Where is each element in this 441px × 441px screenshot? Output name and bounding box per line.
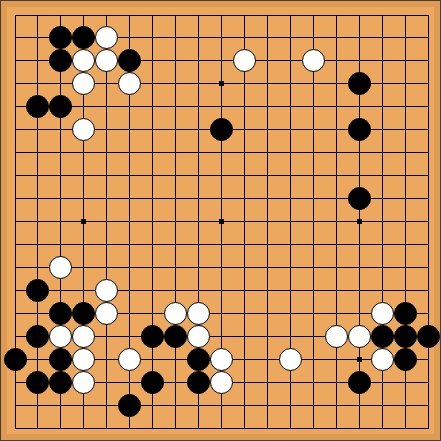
white-stone — [279, 348, 302, 371]
white-stone — [187, 325, 210, 348]
black-stone — [49, 49, 72, 72]
grid-line-vertical — [313, 15, 314, 429]
black-stone — [394, 325, 417, 348]
white-stone — [210, 371, 233, 394]
white-stone — [95, 26, 118, 49]
grid-line-horizontal — [15, 267, 429, 268]
white-stone — [371, 302, 394, 325]
star-point — [219, 219, 224, 224]
black-stone — [49, 302, 72, 325]
black-stone — [187, 371, 210, 394]
star-point — [357, 219, 362, 224]
black-stone — [141, 325, 164, 348]
black-stone — [348, 118, 371, 141]
grid-line-horizontal — [15, 428, 429, 429]
star-point — [219, 81, 224, 86]
grid-line-vertical — [336, 15, 337, 429]
grid-line-horizontal — [15, 290, 429, 291]
black-stone — [118, 49, 141, 72]
white-stone — [72, 371, 95, 394]
white-stone — [95, 279, 118, 302]
black-stone — [164, 325, 187, 348]
white-stone — [72, 72, 95, 95]
white-stone — [371, 348, 394, 371]
white-stone — [233, 49, 256, 72]
star-point — [81, 219, 86, 224]
black-stone — [348, 187, 371, 210]
go-board[interactable] — [0, 0, 441, 441]
white-stone — [118, 348, 141, 371]
white-stone — [187, 302, 210, 325]
grid-line-vertical — [428, 15, 429, 429]
black-stone — [4, 348, 27, 371]
grid-line-horizontal — [15, 244, 429, 245]
white-stone — [210, 348, 233, 371]
star-point — [357, 357, 362, 362]
white-stone — [49, 325, 72, 348]
black-stone — [118, 394, 141, 417]
black-stone — [394, 302, 417, 325]
black-stone — [72, 26, 95, 49]
black-stone — [49, 26, 72, 49]
black-stone — [210, 118, 233, 141]
grid-line-vertical — [267, 15, 268, 429]
black-stone — [49, 348, 72, 371]
black-stone — [348, 72, 371, 95]
black-stone — [26, 371, 49, 394]
black-stone — [417, 325, 440, 348]
white-stone — [95, 302, 118, 325]
black-stone — [49, 371, 72, 394]
black-stone — [371, 325, 394, 348]
grid-line-horizontal — [15, 405, 429, 406]
black-stone — [141, 371, 164, 394]
white-stone — [72, 348, 95, 371]
white-stone — [164, 302, 187, 325]
go-board-area — [0, 0, 441, 441]
black-stone — [26, 279, 49, 302]
white-stone — [302, 49, 325, 72]
white-stone — [118, 72, 141, 95]
black-stone — [348, 371, 371, 394]
white-stone — [49, 256, 72, 279]
white-stone — [72, 325, 95, 348]
white-stone — [325, 325, 348, 348]
black-stone — [49, 95, 72, 118]
black-stone — [26, 95, 49, 118]
grid-line-vertical — [244, 15, 245, 429]
black-stone — [72, 302, 95, 325]
white-stone — [72, 118, 95, 141]
white-stone — [348, 325, 371, 348]
black-stone — [394, 348, 417, 371]
black-stone — [187, 348, 210, 371]
white-stone — [72, 49, 95, 72]
black-stone — [26, 325, 49, 348]
white-stone — [95, 49, 118, 72]
